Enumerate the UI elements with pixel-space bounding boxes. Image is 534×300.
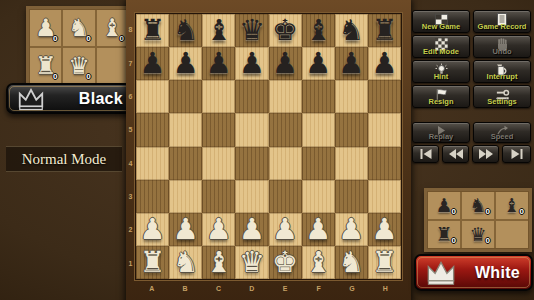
square-c6[interactable] (202, 80, 235, 113)
square-a7[interactable]: ♟ (136, 47, 169, 80)
captured-black-pawn: ♟0 (427, 191, 461, 220)
white-bishop: ♝ (206, 248, 232, 277)
black-pawn: ♟ (140, 49, 166, 78)
white-pawn: ♟ (272, 215, 298, 244)
rank-label-2: 2 (126, 213, 135, 246)
empty-tray-cell (96, 47, 129, 85)
captured-white-bishop: ♝0 (96, 9, 129, 47)
white-pawn: ♟ (338, 215, 364, 244)
black-rook-icon: ♜ (435, 225, 452, 244)
square-g1[interactable]: ♞ (335, 246, 368, 279)
file-label-h: H (369, 282, 402, 294)
square-h4[interactable] (368, 147, 401, 180)
button-label: Game Record (478, 22, 527, 31)
square-d7[interactable]: ♟ (235, 47, 268, 80)
hand-icon (495, 38, 509, 51)
square-f7[interactable]: ♟ (302, 47, 335, 80)
square-c1[interactable]: ♝ (202, 246, 235, 279)
player-plate-white: White (414, 254, 533, 291)
square-g5[interactable] (335, 113, 368, 146)
captured-count: 0 (53, 72, 57, 81)
black-pawn: ♟ (338, 49, 364, 78)
square-d3[interactable] (235, 180, 268, 213)
black-pawn: ♟ (371, 49, 397, 78)
square-d5[interactable] (235, 113, 268, 146)
player-name-black: Black (46, 90, 134, 108)
crown-icon (16, 87, 46, 111)
captured-count: 0 (120, 34, 124, 43)
square-b7[interactable]: ♟ (169, 47, 202, 80)
captured-count: 0 (520, 207, 524, 216)
white-rook: ♜ (140, 248, 166, 277)
skip-to-end-button[interactable] (502, 145, 531, 163)
square-c5[interactable] (202, 113, 235, 146)
black-bishop: ♝ (206, 16, 232, 45)
new-game-button[interactable]: New Game (412, 10, 470, 33)
white-bishop: ♝ (305, 248, 331, 277)
file-label-g: G (335, 282, 368, 294)
board-squares: ♜♞♝♛♚♝♞♜♟♟♟♟♟♟♟♟♟♟♟♟♟♟♟♟♜♞♝♛♚♝♞♜ (135, 13, 402, 280)
square-c7[interactable]: ♟ (202, 47, 235, 80)
square-e1[interactable]: ♚ (269, 246, 302, 279)
white-knight: ♞ (338, 248, 364, 277)
file-labels: ABCDEFGH (135, 282, 402, 294)
square-a3[interactable] (136, 180, 169, 213)
black-king: ♚ (272, 16, 298, 45)
square-h2[interactable]: ♟ (368, 213, 401, 246)
square-b1[interactable]: ♞ (169, 246, 202, 279)
square-h3[interactable] (368, 180, 401, 213)
black-pawn: ♟ (305, 49, 331, 78)
black-pawn: ♟ (206, 49, 232, 78)
rank-label-7: 7 (126, 46, 135, 79)
file-label-e: E (269, 282, 302, 294)
square-g2[interactable]: ♟ (335, 213, 368, 246)
white-pawn: ♟ (140, 215, 166, 244)
square-e7[interactable]: ♟ (269, 47, 302, 80)
square-e5[interactable] (269, 113, 302, 146)
captured-count: 0 (86, 34, 90, 43)
square-a4[interactable] (136, 147, 169, 180)
file-label-d: D (235, 282, 268, 294)
button-label: Hint (434, 72, 449, 81)
replay-button[interactable]: Replay (412, 122, 470, 143)
white-king: ♚ (272, 248, 298, 277)
undo-button[interactable]: Undo (473, 35, 531, 58)
square-d4[interactable] (235, 147, 268, 180)
square-f5[interactable] (302, 113, 335, 146)
rank-label-8: 8 (126, 13, 135, 46)
button-label: New Game (422, 22, 460, 31)
black-rook: ♜ (371, 16, 397, 45)
rank-label-5: 5 (126, 113, 135, 146)
white-queen: ♛ (239, 248, 265, 277)
square-a6[interactable] (136, 80, 169, 113)
captured-black-knight: ♞0 (461, 191, 495, 220)
captured-pieces-tray-white: ♟0♞0♝0♜0♛0 (424, 188, 532, 252)
edit-mode-button[interactable]: Edit Mode (412, 35, 470, 58)
square-e4[interactable] (269, 147, 302, 180)
black-rook: ♜ (140, 16, 166, 45)
white-pawn: ♟ (206, 215, 232, 244)
square-a5[interactable] (136, 113, 169, 146)
captured-count: 0 (86, 72, 90, 81)
black-pawn: ♟ (272, 49, 298, 78)
rewind-button[interactable] (442, 145, 469, 163)
rank-label-3: 3 (126, 180, 135, 213)
square-d8[interactable]: ♛ (235, 14, 268, 47)
captured-black-queen: ♛0 (461, 220, 495, 249)
square-e8[interactable]: ♚ (269, 14, 302, 47)
captured-pieces-tray-black: ♟0♞0♝0♜0♛0 (26, 6, 132, 88)
captured-white-knight: ♞0 (62, 9, 95, 47)
skip-start-icon (418, 149, 434, 159)
interrupt-button[interactable]: Interrupt (473, 60, 531, 83)
captured-black-bishop: ♝0 (495, 191, 529, 220)
captured-white-pawn: ♟0 (29, 9, 62, 47)
square-h1[interactable]: ♜ (368, 246, 401, 279)
captured-count: 0 (53, 34, 57, 43)
rank-label-6: 6 (126, 80, 135, 113)
square-a1[interactable]: ♜ (136, 246, 169, 279)
white-knight: ♞ (173, 248, 199, 277)
square-f8[interactable]: ♝ (302, 14, 335, 47)
captured-black-rook: ♜0 (427, 220, 461, 249)
curved-arrow-icon (496, 125, 509, 136)
game-mode-strip: Normal Mode (6, 146, 122, 172)
rank-label-4: 4 (126, 147, 135, 180)
square-c2[interactable]: ♟ (202, 213, 235, 246)
captured-white-queen: ♛0 (62, 47, 95, 85)
skip-end-icon (509, 149, 525, 159)
square-a8[interactable]: ♜ (136, 14, 169, 47)
square-g7[interactable]: ♟ (335, 47, 368, 80)
resign-button[interactable]: Resign (412, 85, 470, 108)
square-g4[interactable] (335, 147, 368, 180)
black-queen-icon: ♛ (469, 225, 486, 244)
square-e3[interactable] (269, 180, 302, 213)
speed-button[interactable]: Speed (473, 122, 531, 143)
fast-forward-icon (478, 149, 494, 159)
square-g8[interactable]: ♞ (335, 14, 368, 47)
game-mode-label: Normal Mode (22, 151, 107, 168)
fast-forward-button[interactable] (472, 145, 499, 163)
captured-count: 0 (486, 236, 490, 245)
square-h7[interactable]: ♟ (368, 47, 401, 80)
rewind-icon (448, 149, 464, 159)
black-pawn-icon: ♟ (435, 196, 452, 215)
square-f4[interactable] (302, 147, 335, 180)
square-c4[interactable] (202, 147, 235, 180)
game-record-button[interactable]: Game Record (473, 10, 531, 33)
square-b3[interactable] (169, 180, 202, 213)
black-pawn: ♟ (239, 49, 265, 78)
button-label: Interrupt (487, 72, 518, 81)
square-b2[interactable]: ♟ (169, 213, 202, 246)
player-plate-black: Black (6, 83, 136, 114)
file-label-c: C (202, 282, 235, 294)
button-label: Edit Mode (423, 47, 459, 56)
captured-count: 0 (486, 207, 490, 216)
player-name-white: White (458, 264, 531, 282)
white-pawn: ♟ (239, 215, 265, 244)
square-b5[interactable] (169, 113, 202, 146)
rank-label-1: 1 (126, 247, 135, 280)
black-knight-icon: ♞ (469, 196, 486, 215)
square-e2[interactable]: ♟ (269, 213, 302, 246)
white-rook: ♜ (371, 248, 397, 277)
square-b8[interactable]: ♞ (169, 14, 202, 47)
captured-count: 0 (452, 236, 456, 245)
captured-white-rook: ♜0 (29, 47, 62, 85)
button-label: Settings (487, 97, 517, 106)
crown-icon (424, 259, 458, 286)
button-label: Resign (428, 97, 453, 106)
captured-count: 0 (452, 207, 456, 216)
square-d6[interactable] (235, 80, 268, 113)
square-h8[interactable]: ♜ (368, 14, 401, 47)
black-queen: ♛ (239, 16, 265, 45)
square-c8[interactable]: ♝ (202, 14, 235, 47)
square-c3[interactable] (202, 180, 235, 213)
square-h5[interactable] (368, 113, 401, 146)
black-bishop: ♝ (305, 16, 331, 45)
square-h6[interactable] (368, 80, 401, 113)
square-d2[interactable]: ♟ (235, 213, 268, 246)
square-f3[interactable] (302, 180, 335, 213)
file-label-f: F (302, 282, 335, 294)
square-f1[interactable]: ♝ (302, 246, 335, 279)
black-knight: ♞ (338, 16, 364, 45)
square-b6[interactable] (169, 80, 202, 113)
rank-labels: 87654321 (126, 13, 135, 280)
black-knight: ♞ (173, 16, 199, 45)
chess-app-screen: ♟0♞0♝0♜0♛0 Black Normal Mode 87654321 ♜♞… (0, 0, 534, 300)
square-g3[interactable] (335, 180, 368, 213)
file-label-a: A (135, 282, 168, 294)
hint-button[interactable]: Hint (412, 60, 470, 83)
square-b4[interactable] (169, 147, 202, 180)
black-pawn: ♟ (173, 49, 199, 78)
square-f2[interactable]: ♟ (302, 213, 335, 246)
square-g6[interactable] (335, 80, 368, 113)
empty-tray-cell (495, 220, 529, 249)
play-icon (435, 125, 447, 136)
file-label-b: B (168, 282, 201, 294)
white-pawn: ♟ (173, 215, 199, 244)
settings-button[interactable]: Settings (473, 85, 531, 108)
skip-to-start-button[interactable] (412, 145, 439, 163)
chess-board: 87654321 ♜♞♝♛♚♝♞♜♟♟♟♟♟♟♟♟♟♟♟♟♟♟♟♟♜♞♝♛♚♝♞… (126, 0, 411, 300)
square-d1[interactable]: ♛ (235, 246, 268, 279)
square-f6[interactable] (302, 80, 335, 113)
square-e6[interactable] (269, 80, 302, 113)
black-bishop-icon: ♝ (503, 196, 520, 215)
white-pawn: ♟ (371, 215, 397, 244)
square-a2[interactable]: ♟ (136, 213, 169, 246)
white-pawn: ♟ (305, 215, 331, 244)
